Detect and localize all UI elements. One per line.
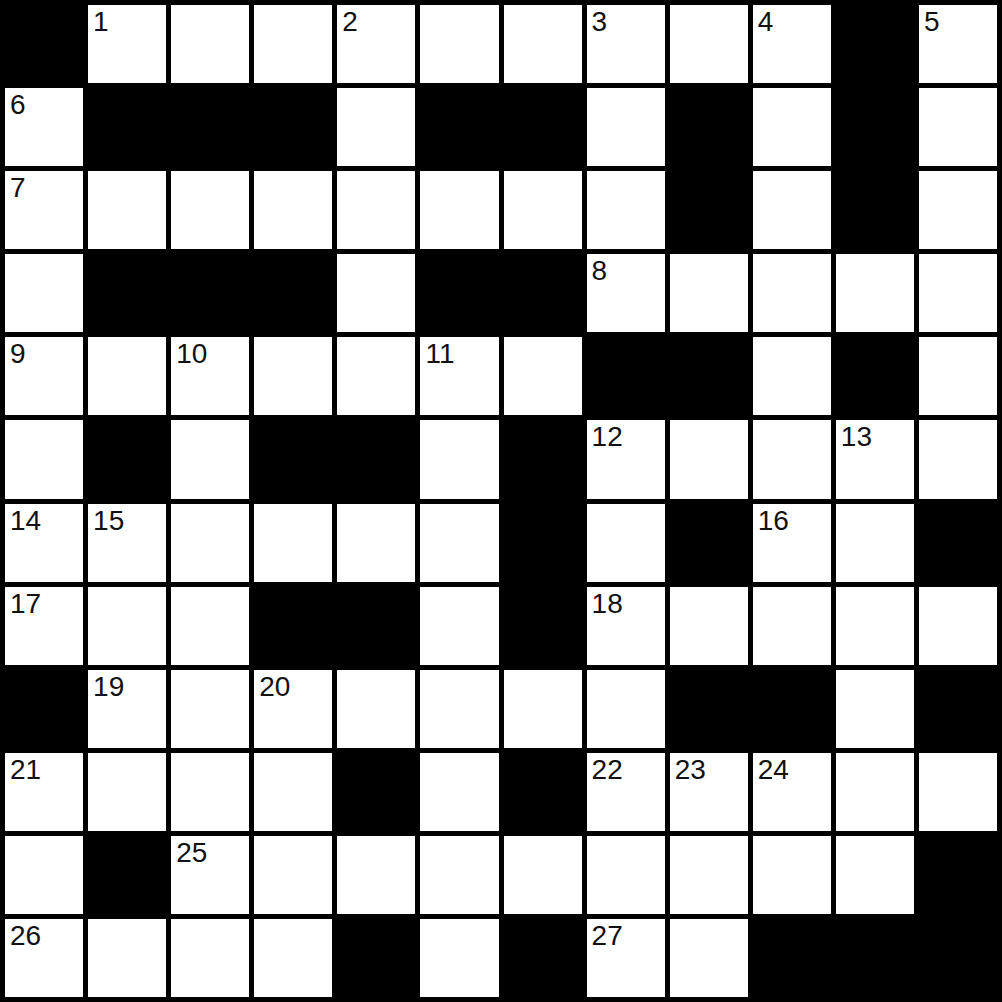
cell-r6c2[interactable] <box>171 504 249 582</box>
block-cell-r1c3 <box>254 88 332 166</box>
block-cell-r10c1 <box>88 836 166 914</box>
cell-r4c5[interactable]: 11 <box>420 337 498 415</box>
block-cell-r6c6 <box>504 504 582 582</box>
cell-r9c3[interactable] <box>254 753 332 831</box>
clue-number: 20 <box>259 671 290 703</box>
clue-number: 10 <box>176 338 207 370</box>
cell-r7c5[interactable] <box>420 587 498 665</box>
clue-number: 17 <box>10 588 41 620</box>
cell-r6c9[interactable]: 16 <box>753 504 831 582</box>
block-cell-r2c10 <box>836 171 914 249</box>
block-cell-r11c4 <box>337 919 415 997</box>
block-cell-r3c3 <box>254 254 332 332</box>
clue-number: 21 <box>10 754 41 786</box>
cell-r8c4[interactable] <box>337 670 415 748</box>
cell-r1c9[interactable] <box>753 88 831 166</box>
block-cell-r0c10 <box>836 5 914 83</box>
clue-number: 15 <box>93 505 124 537</box>
cell-r9c2[interactable] <box>171 753 249 831</box>
cell-r4c4[interactable] <box>337 337 415 415</box>
cell-r3c11[interactable] <box>919 254 997 332</box>
cell-r0c1[interactable]: 1 <box>88 5 166 83</box>
cell-r11c0[interactable]: 26 <box>5 919 83 997</box>
cell-r3c0[interactable] <box>5 254 83 332</box>
cell-r7c1[interactable] <box>88 587 166 665</box>
cell-r10c2[interactable]: 25 <box>171 836 249 914</box>
crossword-grid: 1234567891011121314151617181920212223242… <box>0 0 1002 1002</box>
block-cell-r1c1 <box>88 88 166 166</box>
clue-number: 27 <box>592 920 623 952</box>
block-cell-r3c1 <box>88 254 166 332</box>
block-cell-r10c11 <box>919 836 997 914</box>
clue-number: 13 <box>841 421 872 453</box>
cell-r10c6[interactable] <box>504 836 582 914</box>
cell-r5c2[interactable] <box>171 420 249 498</box>
cell-r5c5[interactable] <box>420 420 498 498</box>
cell-r8c2[interactable] <box>171 670 249 748</box>
cell-r11c7[interactable]: 27 <box>587 919 665 997</box>
block-cell-r5c4 <box>337 420 415 498</box>
cell-r2c1[interactable] <box>88 171 166 249</box>
cell-r11c1[interactable] <box>88 919 166 997</box>
cell-r10c9[interactable] <box>753 836 831 914</box>
clue-number: 11 <box>425 338 454 370</box>
block-cell-r3c5 <box>420 254 498 332</box>
cell-r3c8[interactable] <box>670 254 748 332</box>
cell-r2c2[interactable] <box>171 171 249 249</box>
cell-r6c7[interactable] <box>587 504 665 582</box>
cell-r11c3[interactable] <box>254 919 332 997</box>
clue-number: 1 <box>93 6 109 38</box>
cell-r7c10[interactable] <box>836 587 914 665</box>
cell-r9c8[interactable]: 23 <box>670 753 748 831</box>
clue-number: 23 <box>675 754 706 786</box>
cell-r5c0[interactable] <box>5 420 83 498</box>
clue-number: 7 <box>10 172 26 204</box>
cell-r3c7[interactable]: 8 <box>587 254 665 332</box>
clue-number: 2 <box>342 6 358 38</box>
cell-r4c9[interactable] <box>753 337 831 415</box>
cell-r8c5[interactable] <box>420 670 498 748</box>
cell-r2c4[interactable] <box>337 171 415 249</box>
clue-number: 14 <box>10 505 41 537</box>
block-cell-r6c8 <box>670 504 748 582</box>
block-cell-r4c10 <box>836 337 914 415</box>
block-cell-r4c8 <box>670 337 748 415</box>
cell-r0c5[interactable] <box>420 5 498 83</box>
cell-r10c7[interactable] <box>587 836 665 914</box>
block-cell-r3c2 <box>171 254 249 332</box>
block-cell-r5c6 <box>504 420 582 498</box>
cell-r7c8[interactable] <box>670 587 748 665</box>
cell-r4c1[interactable] <box>88 337 166 415</box>
cell-r9c5[interactable] <box>420 753 498 831</box>
cell-r6c5[interactable] <box>420 504 498 582</box>
cell-r10c8[interactable] <box>670 836 748 914</box>
cell-r5c9[interactable] <box>753 420 831 498</box>
cell-r11c2[interactable] <box>171 919 249 997</box>
cell-r0c9[interactable]: 4 <box>753 5 831 83</box>
block-cell-r8c11 <box>919 670 997 748</box>
cell-r4c11[interactable] <box>919 337 997 415</box>
clue-number: 6 <box>10 89 26 121</box>
clue-number: 24 <box>758 754 789 786</box>
cell-r3c9[interactable] <box>753 254 831 332</box>
clue-number: 18 <box>592 588 623 620</box>
cell-r7c11[interactable] <box>919 587 997 665</box>
block-cell-r11c6 <box>504 919 582 997</box>
block-cell-r8c9 <box>753 670 831 748</box>
cell-r8c6[interactable] <box>504 670 582 748</box>
cell-r2c5[interactable] <box>420 171 498 249</box>
block-cell-r9c4 <box>337 753 415 831</box>
block-cell-r11c11 <box>919 919 997 997</box>
cell-r0c4[interactable]: 2 <box>337 5 415 83</box>
cell-r4c0[interactable]: 9 <box>5 337 83 415</box>
cell-r7c2[interactable] <box>171 587 249 665</box>
clue-number: 25 <box>176 837 207 869</box>
block-cell-r2c8 <box>670 171 748 249</box>
cell-r7c7[interactable]: 18 <box>587 587 665 665</box>
cell-r7c0[interactable]: 17 <box>5 587 83 665</box>
clue-number: 12 <box>592 421 623 453</box>
cell-r9c11[interactable] <box>919 753 997 831</box>
cell-r2c3[interactable] <box>254 171 332 249</box>
cell-r10c4[interactable] <box>337 836 415 914</box>
cell-r1c4[interactable] <box>337 88 415 166</box>
block-cell-r11c10 <box>836 919 914 997</box>
cell-r6c10[interactable] <box>836 504 914 582</box>
cell-r2c9[interactable] <box>753 171 831 249</box>
cell-r8c7[interactable] <box>587 670 665 748</box>
block-cell-r1c5 <box>420 88 498 166</box>
cell-r1c11[interactable] <box>919 88 997 166</box>
cell-r10c3[interactable] <box>254 836 332 914</box>
block-cell-r5c3 <box>254 420 332 498</box>
cell-r5c10[interactable]: 13 <box>836 420 914 498</box>
block-cell-r0c0 <box>5 5 83 83</box>
clue-number: 8 <box>592 255 608 287</box>
cell-r0c11[interactable]: 5 <box>919 5 997 83</box>
cell-r5c7[interactable]: 12 <box>587 420 665 498</box>
clue-number: 5 <box>924 6 940 38</box>
cell-r0c7[interactable]: 3 <box>587 5 665 83</box>
block-cell-r4c7 <box>587 337 665 415</box>
block-cell-r8c8 <box>670 670 748 748</box>
block-cell-r11c9 <box>753 919 831 997</box>
cell-r3c10[interactable] <box>836 254 914 332</box>
block-cell-r3c6 <box>504 254 582 332</box>
cell-r0c8[interactable] <box>670 5 748 83</box>
block-cell-r9c6 <box>504 753 582 831</box>
clue-number: 19 <box>93 671 124 703</box>
clue-number: 4 <box>758 6 774 38</box>
cell-r6c4[interactable] <box>337 504 415 582</box>
block-cell-r7c4 <box>337 587 415 665</box>
cell-r0c3[interactable] <box>254 5 332 83</box>
block-cell-r1c6 <box>504 88 582 166</box>
clue-number: 26 <box>10 920 41 952</box>
block-cell-r7c3 <box>254 587 332 665</box>
cell-r9c7[interactable]: 22 <box>587 753 665 831</box>
cell-r0c6[interactable] <box>504 5 582 83</box>
cell-r10c5[interactable] <box>420 836 498 914</box>
cell-r9c1[interactable] <box>88 753 166 831</box>
cell-r5c11[interactable] <box>919 420 997 498</box>
clue-number: 16 <box>758 505 789 537</box>
cell-r6c3[interactable] <box>254 504 332 582</box>
cell-r8c10[interactable] <box>836 670 914 748</box>
cell-r2c11[interactable] <box>919 171 997 249</box>
cell-r1c0[interactable]: 6 <box>5 88 83 166</box>
block-cell-r6c11 <box>919 504 997 582</box>
cell-r11c8[interactable] <box>670 919 748 997</box>
clue-number: 22 <box>592 754 623 786</box>
cell-r3c4[interactable] <box>337 254 415 332</box>
cell-r5c8[interactable] <box>670 420 748 498</box>
cell-r10c10[interactable] <box>836 836 914 914</box>
cell-r4c3[interactable] <box>254 337 332 415</box>
block-cell-r1c2 <box>171 88 249 166</box>
cell-r6c0[interactable]: 14 <box>5 504 83 582</box>
block-cell-r1c8 <box>670 88 748 166</box>
cell-r10c0[interactable] <box>5 836 83 914</box>
cell-r4c6[interactable] <box>504 337 582 415</box>
cell-r9c9[interactable]: 24 <box>753 753 831 831</box>
clue-number: 9 <box>10 338 26 370</box>
cell-r9c0[interactable]: 21 <box>5 753 83 831</box>
block-cell-r8c0 <box>5 670 83 748</box>
block-cell-r5c1 <box>88 420 166 498</box>
cell-r1c7[interactable] <box>587 88 665 166</box>
cell-r7c9[interactable] <box>753 587 831 665</box>
cell-r4c2[interactable]: 10 <box>171 337 249 415</box>
cell-r2c7[interactable] <box>587 171 665 249</box>
cell-r6c1[interactable]: 15 <box>88 504 166 582</box>
block-cell-r7c6 <box>504 587 582 665</box>
cell-r11c5[interactable] <box>420 919 498 997</box>
cell-r8c1[interactable]: 19 <box>88 670 166 748</box>
clue-number: 3 <box>592 6 608 38</box>
cell-r9c10[interactable] <box>836 753 914 831</box>
cell-r8c3[interactable]: 20 <box>254 670 332 748</box>
cell-r2c0[interactable]: 7 <box>5 171 83 249</box>
cell-r2c6[interactable] <box>504 171 582 249</box>
block-cell-r1c10 <box>836 88 914 166</box>
cell-r0c2[interactable] <box>171 5 249 83</box>
